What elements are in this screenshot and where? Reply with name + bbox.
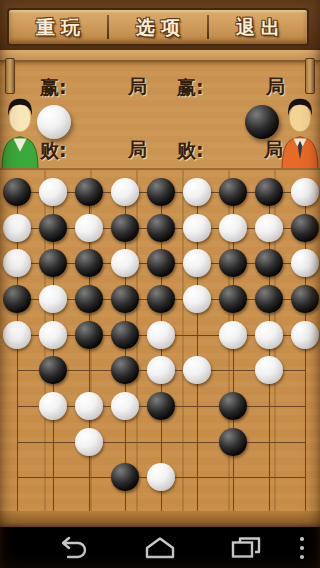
stone-black: [111, 285, 139, 313]
stone-black: [39, 214, 67, 242]
right-wins-label: 赢:: [177, 75, 204, 101]
stone-white: [183, 214, 211, 242]
stone-white: [39, 392, 67, 420]
stone-white: [75, 428, 103, 456]
stone-white: [111, 178, 139, 206]
stone-black: [291, 214, 319, 242]
stone-white: [255, 356, 283, 384]
plank-ledge: [0, 50, 320, 62]
stone-black: [255, 285, 283, 313]
stone-white: [255, 214, 283, 242]
stone-black: [111, 463, 139, 491]
left-peg: [5, 58, 15, 94]
stone-black: [39, 249, 67, 277]
home-icon[interactable]: [143, 536, 177, 560]
board-bottom-edge: [0, 511, 320, 527]
stone-black: [147, 214, 175, 242]
left-player-avatar: [1, 91, 39, 169]
right-peg: [305, 58, 315, 94]
stone-white: [147, 463, 175, 491]
stone-white: [39, 178, 67, 206]
left-player-stone-white: [37, 105, 71, 139]
stone-black: [75, 178, 103, 206]
app-screen: 重玩 选项 退出 赢: 局 败: 局 赢: 局 败: 局: [0, 0, 320, 568]
back-icon[interactable]: [55, 536, 89, 560]
stone-black: [219, 392, 247, 420]
stone-white: [219, 214, 247, 242]
overflow-menu-icon[interactable]: [298, 535, 306, 561]
stone-black: [147, 392, 175, 420]
android-nav-bar: [0, 527, 320, 568]
left-wins-unit: 局: [128, 74, 147, 100]
stone-black: [219, 178, 247, 206]
stone-white: [111, 392, 139, 420]
stone-white: [3, 321, 31, 349]
stone-white: [39, 285, 67, 313]
stone-white: [3, 249, 31, 277]
left-losses-label: 败:: [40, 138, 67, 164]
stone-black: [111, 321, 139, 349]
stone-white: [147, 356, 175, 384]
stone-black: [219, 249, 247, 277]
stone-white: [39, 321, 67, 349]
stone-white: [183, 178, 211, 206]
replay-button[interactable]: 重玩: [9, 10, 107, 44]
stone-black: [255, 178, 283, 206]
stone-black: [147, 178, 175, 206]
stone-black: [219, 285, 247, 313]
right-player-avatar: [281, 91, 319, 169]
exit-button[interactable]: 退出: [209, 10, 307, 44]
stone-black: [255, 249, 283, 277]
stone-white: [183, 356, 211, 384]
button-plank: 重玩 选项 退出: [7, 8, 309, 46]
stone-white: [183, 249, 211, 277]
stone-black: [147, 249, 175, 277]
stone-black: [291, 285, 319, 313]
game-board[interactable]: [0, 168, 320, 513]
left-wins-label: 赢:: [40, 75, 67, 101]
stone-white: [75, 392, 103, 420]
stone-black: [3, 285, 31, 313]
grid-line-horizontal: [17, 442, 305, 443]
stone-black: [75, 285, 103, 313]
stone-white: [147, 321, 175, 349]
stone-white: [183, 285, 211, 313]
stone-black: [219, 428, 247, 456]
stone-white: [111, 249, 139, 277]
right-player-stone-black: [245, 105, 279, 139]
recent-apps-icon[interactable]: [229, 536, 263, 560]
stone-white: [291, 321, 319, 349]
stone-white: [3, 214, 31, 242]
stone-black: [75, 249, 103, 277]
stone-black: [75, 321, 103, 349]
stone-black: [39, 356, 67, 384]
left-losses-unit: 局: [128, 137, 147, 163]
stone-black: [111, 214, 139, 242]
options-button[interactable]: 选项: [109, 10, 207, 44]
stone-black: [3, 178, 31, 206]
top-bar: 重玩 选项 退出: [0, 0, 320, 50]
right-losses-label: 败:: [177, 138, 204, 164]
stone-white: [75, 214, 103, 242]
stone-white: [255, 321, 283, 349]
stone-black: [111, 356, 139, 384]
stone-white: [291, 249, 319, 277]
stone-white: [219, 321, 247, 349]
stone-black: [147, 285, 175, 313]
stone-white: [291, 178, 319, 206]
